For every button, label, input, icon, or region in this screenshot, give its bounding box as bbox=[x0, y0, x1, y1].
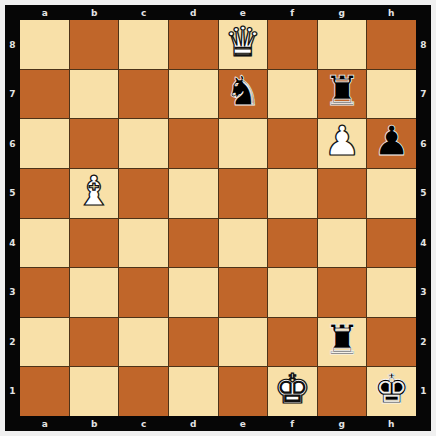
square-c1[interactable] bbox=[119, 367, 168, 416]
rank-label-3: 3 bbox=[416, 268, 431, 318]
square-c3[interactable] bbox=[119, 268, 168, 317]
rank-labels-left: 87654321 bbox=[5, 20, 20, 416]
file-label-b: b bbox=[70, 416, 120, 431]
square-f6[interactable] bbox=[268, 119, 317, 168]
rank-label-5: 5 bbox=[5, 169, 20, 219]
file-label-b: b bbox=[70, 5, 120, 20]
piece-black-rook-g7[interactable]: ♜ bbox=[324, 71, 361, 112]
piece-black-knight-e7[interactable]: ♞ bbox=[224, 71, 261, 112]
piece-white-pawn-g6[interactable]: ♟ bbox=[324, 121, 361, 162]
square-a6[interactable] bbox=[20, 119, 69, 168]
file-label-f: f bbox=[268, 5, 318, 20]
square-e8[interactable]: ♛ bbox=[219, 20, 268, 69]
square-h1[interactable]: ♚ bbox=[367, 367, 416, 416]
file-label-a: a bbox=[20, 5, 70, 20]
square-c8[interactable] bbox=[119, 20, 168, 69]
rank-label-6: 6 bbox=[5, 119, 20, 169]
square-g3[interactable] bbox=[318, 268, 367, 317]
square-f7[interactable] bbox=[268, 70, 317, 119]
rank-label-6: 6 bbox=[416, 119, 431, 169]
rank-label-7: 7 bbox=[5, 70, 20, 120]
square-a4[interactable] bbox=[20, 219, 69, 268]
piece-white-king-f1[interactable]: ♚ bbox=[274, 369, 311, 410]
square-g7[interactable]: ♜ bbox=[318, 70, 367, 119]
square-e4[interactable] bbox=[219, 219, 268, 268]
square-e5[interactable] bbox=[219, 169, 268, 218]
square-f3[interactable] bbox=[268, 268, 317, 317]
rank-labels-right: 87654321 bbox=[416, 20, 431, 416]
file-label-d: d bbox=[169, 5, 219, 20]
piece-black-pawn-h6[interactable]: ♟ bbox=[373, 121, 410, 162]
square-d2[interactable] bbox=[169, 318, 218, 367]
square-b5[interactable]: ♝ bbox=[70, 169, 119, 218]
file-label-f: f bbox=[268, 416, 318, 431]
file-label-g: g bbox=[317, 416, 367, 431]
square-d5[interactable] bbox=[169, 169, 218, 218]
square-h8[interactable] bbox=[367, 20, 416, 69]
square-d7[interactable] bbox=[169, 70, 218, 119]
rank-label-5: 5 bbox=[416, 169, 431, 219]
square-b3[interactable] bbox=[70, 268, 119, 317]
square-f2[interactable] bbox=[268, 318, 317, 367]
square-b6[interactable] bbox=[70, 119, 119, 168]
file-label-h: h bbox=[367, 5, 417, 20]
square-b4[interactable] bbox=[70, 219, 119, 268]
chess-board-frame: abcdefgh abcdefgh 87654321 87654321 ♛♞♜♟… bbox=[5, 5, 431, 431]
square-d4[interactable] bbox=[169, 219, 218, 268]
square-a1[interactable] bbox=[20, 367, 69, 416]
square-d3[interactable] bbox=[169, 268, 218, 317]
square-b2[interactable] bbox=[70, 318, 119, 367]
square-f5[interactable] bbox=[268, 169, 317, 218]
square-d6[interactable] bbox=[169, 119, 218, 168]
square-g2[interactable]: ♜ bbox=[318, 318, 367, 367]
square-d8[interactable] bbox=[169, 20, 218, 69]
rank-label-8: 8 bbox=[416, 20, 431, 70]
square-a3[interactable] bbox=[20, 268, 69, 317]
square-f1[interactable]: ♚ bbox=[268, 367, 317, 416]
file-label-g: g bbox=[317, 5, 367, 20]
square-g8[interactable] bbox=[318, 20, 367, 69]
piece-white-queen-e8[interactable]: ♛ bbox=[224, 22, 261, 63]
rank-label-1: 1 bbox=[5, 367, 20, 417]
rank-label-3: 3 bbox=[5, 268, 20, 318]
rank-label-4: 4 bbox=[5, 218, 20, 268]
rank-label-2: 2 bbox=[416, 317, 431, 367]
square-c6[interactable] bbox=[119, 119, 168, 168]
piece-white-bishop-b5[interactable]: ♝ bbox=[76, 171, 113, 212]
square-c2[interactable] bbox=[119, 318, 168, 367]
rank-label-2: 2 bbox=[5, 317, 20, 367]
square-e6[interactable] bbox=[219, 119, 268, 168]
file-label-e: e bbox=[218, 416, 268, 431]
square-e1[interactable] bbox=[219, 367, 268, 416]
square-f4[interactable] bbox=[268, 219, 317, 268]
file-label-c: c bbox=[119, 416, 169, 431]
file-labels-bottom: abcdefgh bbox=[20, 416, 416, 431]
square-g6[interactable]: ♟ bbox=[318, 119, 367, 168]
piece-black-king-h1[interactable]: ♚ bbox=[373, 369, 410, 410]
file-label-d: d bbox=[169, 416, 219, 431]
square-c7[interactable] bbox=[119, 70, 168, 119]
square-g1[interactable] bbox=[318, 367, 367, 416]
rank-label-8: 8 bbox=[5, 20, 20, 70]
square-c4[interactable] bbox=[119, 219, 168, 268]
square-a2[interactable] bbox=[20, 318, 69, 367]
rank-label-7: 7 bbox=[416, 70, 431, 120]
square-f8[interactable] bbox=[268, 20, 317, 69]
square-a5[interactable] bbox=[20, 169, 69, 218]
square-b8[interactable] bbox=[70, 20, 119, 69]
square-g4[interactable] bbox=[318, 219, 367, 268]
square-h5[interactable] bbox=[367, 169, 416, 218]
square-h3[interactable] bbox=[367, 268, 416, 317]
square-a8[interactable] bbox=[20, 20, 69, 69]
file-labels-top: abcdefgh bbox=[20, 5, 416, 20]
board-grid: ♛♞♜♟♟♝♜♚♚ bbox=[20, 20, 416, 416]
square-c5[interactable] bbox=[119, 169, 168, 218]
square-d1[interactable] bbox=[169, 367, 218, 416]
square-h6[interactable]: ♟ bbox=[367, 119, 416, 168]
square-b1[interactable] bbox=[70, 367, 119, 416]
square-e2[interactable] bbox=[219, 318, 268, 367]
rank-label-4: 4 bbox=[416, 218, 431, 268]
piece-black-rook-g2[interactable]: ♜ bbox=[324, 320, 361, 361]
square-g5[interactable] bbox=[318, 169, 367, 218]
square-e7[interactable]: ♞ bbox=[219, 70, 268, 119]
rank-label-1: 1 bbox=[416, 367, 431, 417]
square-e3[interactable] bbox=[219, 268, 268, 317]
file-label-h: h bbox=[367, 416, 417, 431]
square-h4[interactable] bbox=[367, 219, 416, 268]
square-h7[interactable] bbox=[367, 70, 416, 119]
square-h2[interactable] bbox=[367, 318, 416, 367]
square-b7[interactable] bbox=[70, 70, 119, 119]
file-label-c: c bbox=[119, 5, 169, 20]
square-a7[interactable] bbox=[20, 70, 69, 119]
file-label-a: a bbox=[20, 416, 70, 431]
